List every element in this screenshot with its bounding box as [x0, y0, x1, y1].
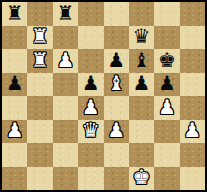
square-d1[interactable] [78, 167, 103, 191]
piece-white-rook-b6[interactable]: ♜ [31, 50, 49, 70]
square-c4[interactable] [53, 96, 78, 120]
piece-white-bishop-e5[interactable]: ♝ [107, 73, 125, 93]
square-e7[interactable] [104, 26, 129, 50]
square-f5[interactable]: ♟ [129, 73, 154, 97]
square-e2[interactable] [104, 143, 129, 167]
piece-white-pawn-h3[interactable]: ♟ [183, 120, 201, 140]
square-f2[interactable] [129, 143, 154, 167]
square-g3[interactable] [154, 120, 179, 144]
piece-black-pawn-d5[interactable]: ♟ [82, 73, 100, 93]
piece-black-pawn-g5[interactable]: ♟ [158, 73, 176, 93]
square-b7[interactable]: ♜ [27, 26, 52, 50]
square-e1[interactable] [104, 167, 129, 191]
square-h1[interactable] [180, 167, 205, 191]
square-a2[interactable] [2, 143, 27, 167]
piece-black-rook-a8[interactable]: ♜ [6, 3, 24, 23]
square-h2[interactable] [180, 143, 205, 167]
square-g5[interactable]: ♟ [154, 73, 179, 97]
square-d6[interactable] [78, 49, 103, 73]
square-f3[interactable] [129, 120, 154, 144]
square-a5[interactable]: ♟ [2, 73, 27, 97]
square-a6[interactable] [2, 49, 27, 73]
square-a1[interactable] [2, 167, 27, 191]
square-a4[interactable] [2, 96, 27, 120]
square-g4[interactable]: ♟ [154, 96, 179, 120]
piece-black-pawn-a5[interactable]: ♟ [6, 73, 24, 93]
square-f8[interactable] [129, 2, 154, 26]
square-e6[interactable]: ♟ [104, 49, 129, 73]
square-h3[interactable]: ♟ [180, 120, 205, 144]
square-b2[interactable] [27, 143, 52, 167]
square-f6[interactable]: ♝ [129, 49, 154, 73]
square-e4[interactable] [104, 96, 129, 120]
piece-black-pawn-e6[interactable]: ♟ [107, 50, 125, 70]
square-h5[interactable] [180, 73, 205, 97]
square-g1[interactable] [154, 167, 179, 191]
square-c8[interactable]: ♜ [53, 2, 78, 26]
square-g8[interactable] [154, 2, 179, 26]
square-d8[interactable] [78, 2, 103, 26]
square-c2[interactable] [53, 143, 78, 167]
square-c1[interactable] [53, 167, 78, 191]
square-f7[interactable]: ♛ [129, 26, 154, 50]
square-c6[interactable]: ♟ [53, 49, 78, 73]
piece-white-queen-d3[interactable]: ♛ [82, 120, 100, 140]
square-a8[interactable]: ♜ [2, 2, 27, 26]
square-g6[interactable]: ♚ [154, 49, 179, 73]
square-a7[interactable] [2, 26, 27, 50]
square-d2[interactable] [78, 143, 103, 167]
piece-white-pawn-g4[interactable]: ♟ [158, 97, 176, 117]
square-a3[interactable]: ♟ [2, 120, 27, 144]
piece-white-pawn-e3[interactable]: ♟ [107, 120, 125, 140]
square-g7[interactable] [154, 26, 179, 50]
piece-white-pawn-a3[interactable]: ♟ [6, 120, 24, 140]
square-c7[interactable] [53, 26, 78, 50]
square-e3[interactable]: ♟ [104, 120, 129, 144]
piece-black-queen-f7[interactable]: ♛ [133, 26, 151, 46]
piece-black-bishop-f6[interactable]: ♝ [133, 50, 151, 70]
square-h6[interactable] [180, 49, 205, 73]
square-e5[interactable]: ♝ [104, 73, 129, 97]
piece-black-pawn-f5[interactable]: ♟ [133, 73, 151, 93]
square-d7[interactable] [78, 26, 103, 50]
square-e8[interactable] [104, 2, 129, 26]
square-b1[interactable] [27, 167, 52, 191]
square-b6[interactable]: ♜ [27, 49, 52, 73]
square-f1[interactable]: ♚ [129, 167, 154, 191]
square-c5[interactable] [53, 73, 78, 97]
square-c3[interactable] [53, 120, 78, 144]
piece-white-rook-b7[interactable]: ♜ [31, 26, 49, 46]
piece-white-king-f1[interactable]: ♚ [133, 167, 151, 187]
square-h7[interactable] [180, 26, 205, 50]
square-g2[interactable] [154, 143, 179, 167]
piece-white-pawn-d4[interactable]: ♟ [82, 97, 100, 117]
square-b5[interactable] [27, 73, 52, 97]
chess-board-frame: ♜♜♜♛♜♟♟♝♚♟♟♝♟♟♟♟♟♛♟♟♚ [0, 0, 207, 192]
square-d5[interactable]: ♟ [78, 73, 103, 97]
square-b4[interactable] [27, 96, 52, 120]
square-h4[interactable] [180, 96, 205, 120]
square-d3[interactable]: ♛ [78, 120, 103, 144]
square-f4[interactable] [129, 96, 154, 120]
square-d4[interactable]: ♟ [78, 96, 103, 120]
square-b8[interactable] [27, 2, 52, 26]
piece-white-pawn-c6[interactable]: ♟ [56, 50, 74, 70]
piece-black-king-g6[interactable]: ♚ [158, 50, 176, 70]
piece-black-rook-c8[interactable]: ♜ [56, 3, 74, 23]
square-h8[interactable] [180, 2, 205, 26]
chess-board: ♜♜♜♛♜♟♟♝♚♟♟♝♟♟♟♟♟♛♟♟♚ [2, 2, 205, 190]
square-b3[interactable] [27, 120, 52, 144]
